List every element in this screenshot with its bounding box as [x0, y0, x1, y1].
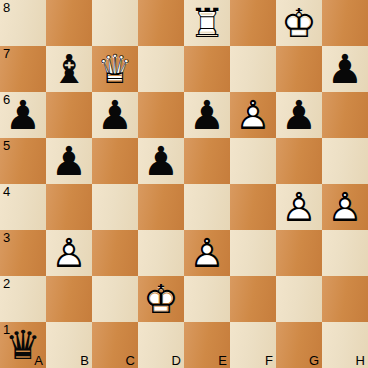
square-b3[interactable]: ♟♙	[46, 230, 92, 276]
white-queen-c7: ♛♕	[92, 46, 138, 92]
square-e3[interactable]: ♟♙	[184, 230, 230, 276]
rank-label-3: 3	[3, 231, 10, 245]
pawn-glyph-outline: ♙	[184, 230, 230, 276]
file-label-d: D	[172, 354, 181, 367]
square-g6[interactable]: ♟	[276, 92, 322, 138]
square-c8[interactable]	[92, 0, 138, 46]
square-f6[interactable]: ♟♙	[230, 92, 276, 138]
square-h7[interactable]: ♟	[322, 46, 368, 92]
square-d5[interactable]: ♟	[138, 138, 184, 184]
rank-label-1: 1	[3, 323, 10, 337]
rank-label-2: 2	[3, 277, 10, 291]
square-a6[interactable]: 6♟	[0, 92, 46, 138]
pawn-glyph-fill: ♟	[322, 46, 368, 92]
square-g2[interactable]	[276, 276, 322, 322]
square-f4[interactable]	[230, 184, 276, 230]
queen-glyph-outline: ♕	[92, 46, 138, 92]
square-a1[interactable]: 1A♛	[0, 322, 46, 368]
rank-label-7: 7	[3, 47, 10, 61]
square-c1[interactable]: C	[92, 322, 138, 368]
pawn-glyph-fill: ♟	[276, 92, 322, 138]
square-h6[interactable]	[322, 92, 368, 138]
square-h2[interactable]	[322, 276, 368, 322]
square-c3[interactable]	[92, 230, 138, 276]
square-b2[interactable]	[46, 276, 92, 322]
rank-label-4: 4	[3, 185, 10, 199]
square-a2[interactable]: 2	[0, 276, 46, 322]
square-g4[interactable]: ♟♙	[276, 184, 322, 230]
file-label-f: F	[265, 354, 273, 367]
square-f2[interactable]	[230, 276, 276, 322]
square-h5[interactable]	[322, 138, 368, 184]
pawn-glyph-outline: ♙	[46, 230, 92, 276]
white-pawn-f6: ♟♙	[230, 92, 276, 138]
square-a7[interactable]: 7	[0, 46, 46, 92]
file-label-h: H	[356, 354, 365, 367]
square-a8[interactable]: 8	[0, 0, 46, 46]
square-g8[interactable]: ♚♔	[276, 0, 322, 46]
black-pawn-h7: ♟	[322, 46, 368, 92]
square-e8[interactable]: ♜♖	[184, 0, 230, 46]
file-label-e: E	[218, 354, 227, 367]
square-d7[interactable]	[138, 46, 184, 92]
rook-glyph-outline: ♖	[184, 0, 230, 46]
square-c6[interactable]: ♟	[92, 92, 138, 138]
square-g3[interactable]	[276, 230, 322, 276]
square-g1[interactable]: G	[276, 322, 322, 368]
square-d4[interactable]	[138, 184, 184, 230]
pawn-glyph-fill: ♟	[184, 92, 230, 138]
black-pawn-g6: ♟	[276, 92, 322, 138]
square-c2[interactable]	[92, 276, 138, 322]
square-d6[interactable]	[138, 92, 184, 138]
king-glyph-outline: ♔	[138, 276, 184, 322]
square-d1[interactable]: D	[138, 322, 184, 368]
square-f5[interactable]	[230, 138, 276, 184]
pawn-glyph-fill: ♟	[92, 92, 138, 138]
square-e7[interactable]	[184, 46, 230, 92]
black-bishop-b7: ♝	[46, 46, 92, 92]
black-pawn-b5: ♟	[46, 138, 92, 184]
square-f3[interactable]	[230, 230, 276, 276]
white-rook-e8: ♜♖	[184, 0, 230, 46]
pawn-glyph-outline: ♙	[276, 184, 322, 230]
square-b4[interactable]	[46, 184, 92, 230]
square-f7[interactable]	[230, 46, 276, 92]
square-a3[interactable]: 3	[0, 230, 46, 276]
square-e4[interactable]	[184, 184, 230, 230]
square-e1[interactable]: E	[184, 322, 230, 368]
square-b7[interactable]: ♝	[46, 46, 92, 92]
rank-label-6: 6	[3, 93, 10, 107]
square-c5[interactable]	[92, 138, 138, 184]
square-h1[interactable]: H	[322, 322, 368, 368]
file-label-c: C	[126, 354, 135, 367]
square-c4[interactable]	[92, 184, 138, 230]
chess-board: 8♜♖♚♔7♝♛♕♟6♟♟♟♟♙♟5♟♟4♟♙♟♙3♟♙♟♙2♚♔1A♛BCDE…	[0, 0, 368, 368]
square-b8[interactable]	[46, 0, 92, 46]
square-b5[interactable]: ♟	[46, 138, 92, 184]
pawn-glyph-outline: ♙	[322, 184, 368, 230]
square-h4[interactable]: ♟♙	[322, 184, 368, 230]
square-a5[interactable]: 5	[0, 138, 46, 184]
square-f1[interactable]: F	[230, 322, 276, 368]
square-g7[interactable]	[276, 46, 322, 92]
pawn-glyph-fill: ♟	[46, 138, 92, 184]
king-glyph-outline: ♔	[276, 0, 322, 46]
pawn-glyph-fill: ♟	[138, 138, 184, 184]
square-e5[interactable]	[184, 138, 230, 184]
file-label-g: G	[309, 354, 319, 367]
square-h3[interactable]	[322, 230, 368, 276]
bishop-glyph-fill: ♝	[46, 46, 92, 92]
black-pawn-e6: ♟	[184, 92, 230, 138]
rank-label-5: 5	[3, 139, 10, 153]
square-f8[interactable]	[230, 0, 276, 46]
black-pawn-c6: ♟	[92, 92, 138, 138]
square-e6[interactable]: ♟	[184, 92, 230, 138]
square-h8[interactable]	[322, 0, 368, 46]
square-e2[interactable]	[184, 276, 230, 322]
square-b1[interactable]: B	[46, 322, 92, 368]
file-label-a: A	[34, 354, 43, 367]
square-b6[interactable]	[46, 92, 92, 138]
square-d8[interactable]	[138, 0, 184, 46]
square-d3[interactable]	[138, 230, 184, 276]
square-d2[interactable]: ♚♔	[138, 276, 184, 322]
black-pawn-d5: ♟	[138, 138, 184, 184]
white-pawn-g4: ♟♙	[276, 184, 322, 230]
file-label-b: B	[80, 354, 89, 367]
white-king-g8: ♚♔	[276, 0, 322, 46]
square-c7[interactable]: ♛♕	[92, 46, 138, 92]
square-g5[interactable]	[276, 138, 322, 184]
white-pawn-h4: ♟♙	[322, 184, 368, 230]
square-a4[interactable]: 4	[0, 184, 46, 230]
white-pawn-b3: ♟♙	[46, 230, 92, 276]
white-pawn-e3: ♟♙	[184, 230, 230, 276]
pawn-glyph-outline: ♙	[230, 92, 276, 138]
white-king-d2: ♚♔	[138, 276, 184, 322]
rank-label-8: 8	[3, 1, 10, 15]
